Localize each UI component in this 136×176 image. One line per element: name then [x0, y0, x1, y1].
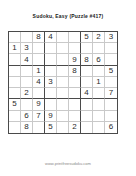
cell-r1c5-empty[interactable] — [57, 32, 69, 43]
cell-r5c2-empty[interactable] — [21, 77, 33, 88]
cell-r8c7-empty[interactable] — [81, 111, 93, 122]
cell-r5c4-given: 3 — [45, 77, 57, 88]
cell-r5c5-empty[interactable] — [57, 77, 69, 88]
cell-r3c7-given: 8 — [81, 54, 93, 65]
cell-r1c7-given: 5 — [81, 32, 93, 43]
cell-r6c9-given: 7 — [105, 88, 117, 99]
cell-r2c7-empty[interactable] — [81, 43, 93, 54]
cell-r5c1-empty[interactable] — [9, 77, 21, 88]
cell-r2c6-empty[interactable] — [69, 43, 81, 54]
footer-url: www.printfreesudoku.com — [0, 161, 136, 166]
cell-r4c3-given: 1 — [33, 66, 45, 77]
cell-r4c4-empty[interactable] — [45, 66, 57, 77]
cell-r6c4-empty[interactable] — [45, 88, 57, 99]
sudoku-board: 84523134986185431247596798526 — [8, 31, 118, 134]
cell-r1c9-given: 3 — [105, 32, 117, 43]
cell-r5c8-given: 1 — [93, 77, 105, 88]
cell-r6c3-empty[interactable] — [33, 88, 45, 99]
cell-r2c5-empty[interactable] — [57, 43, 69, 54]
cell-r2c4-empty[interactable] — [45, 43, 57, 54]
cell-r3c1-empty[interactable] — [9, 54, 21, 65]
cell-r5c6-empty[interactable] — [69, 77, 81, 88]
cell-r1c1-empty[interactable] — [9, 32, 21, 43]
cell-r7c7-empty[interactable] — [81, 99, 93, 110]
cell-r3c3-empty[interactable] — [33, 54, 45, 65]
cell-r6c8-empty[interactable] — [93, 88, 105, 99]
cell-r4c9-given: 5 — [105, 66, 117, 77]
cell-r9c5-empty[interactable] — [57, 122, 69, 133]
cell-r9c9-given: 6 — [105, 122, 117, 133]
cell-r6c5-empty[interactable] — [57, 88, 69, 99]
cell-r3c5-empty[interactable] — [57, 54, 69, 65]
cell-r4c8-empty[interactable] — [93, 66, 105, 77]
cell-r5c3-given: 4 — [33, 77, 45, 88]
cell-r9c6-given: 2 — [69, 122, 81, 133]
sudoku-page: Sudoku, Easy (Puzzle #417) 8452313498618… — [0, 0, 136, 176]
cell-r7c9-empty[interactable] — [105, 99, 117, 110]
cell-r7c6-empty[interactable] — [69, 99, 81, 110]
cell-r5c9-empty[interactable] — [105, 77, 117, 88]
cell-r8c2-given: 6 — [21, 111, 33, 122]
cell-r8c3-given: 7 — [33, 111, 45, 122]
cell-r7c1-given: 5 — [9, 99, 21, 110]
cell-r8c4-given: 9 — [45, 111, 57, 122]
cell-r2c1-given: 1 — [9, 43, 21, 54]
cell-r4c1-empty[interactable] — [9, 66, 21, 77]
cell-r9c2-given: 8 — [21, 122, 33, 133]
cell-r6c7-given: 4 — [81, 88, 93, 99]
cell-r8c5-empty[interactable] — [57, 111, 69, 122]
cell-r4c2-empty[interactable] — [21, 66, 33, 77]
page-title: Sudoku, Easy (Puzzle #417) — [0, 13, 136, 19]
cell-r2c3-empty[interactable] — [33, 43, 45, 54]
cell-r1c4-given: 4 — [45, 32, 57, 43]
cell-r4c7-empty[interactable] — [81, 66, 93, 77]
cell-r1c8-given: 2 — [93, 32, 105, 43]
cell-r6c1-empty[interactable] — [9, 88, 21, 99]
cell-r2c9-empty[interactable] — [105, 43, 117, 54]
cell-r8c6-empty[interactable] — [69, 111, 81, 122]
cell-r3c6-given: 9 — [69, 54, 81, 65]
cell-r4c5-empty[interactable] — [57, 66, 69, 77]
cell-r9c3-empty[interactable] — [33, 122, 45, 133]
cell-r6c2-given: 2 — [21, 88, 33, 99]
cell-r1c2-empty[interactable] — [21, 32, 33, 43]
cell-r4c6-given: 8 — [69, 66, 81, 77]
cell-r3c2-given: 4 — [21, 54, 33, 65]
cell-r6c6-empty[interactable] — [69, 88, 81, 99]
cell-r8c9-empty[interactable] — [105, 111, 117, 122]
cell-r8c8-empty[interactable] — [93, 111, 105, 122]
cell-r8c1-empty[interactable] — [9, 111, 21, 122]
cell-r7c8-empty[interactable] — [93, 99, 105, 110]
cell-r9c8-empty[interactable] — [93, 122, 105, 133]
cell-r3c4-empty[interactable] — [45, 54, 57, 65]
cell-r9c4-given: 5 — [45, 122, 57, 133]
cell-r7c5-empty[interactable] — [57, 99, 69, 110]
cell-r7c2-empty[interactable] — [21, 99, 33, 110]
cell-r7c4-empty[interactable] — [45, 99, 57, 110]
cell-r2c2-given: 3 — [21, 43, 33, 54]
cell-r3c9-empty[interactable] — [105, 54, 117, 65]
cell-r1c6-empty[interactable] — [69, 32, 81, 43]
cell-r7c3-given: 9 — [33, 99, 45, 110]
cell-r3c8-given: 6 — [93, 54, 105, 65]
cell-r9c7-empty[interactable] — [81, 122, 93, 133]
cell-r9c1-empty[interactable] — [9, 122, 21, 133]
cell-r5c7-empty[interactable] — [81, 77, 93, 88]
cell-r2c8-empty[interactable] — [93, 43, 105, 54]
cell-r1c3-given: 8 — [33, 32, 45, 43]
